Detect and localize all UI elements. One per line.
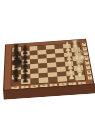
chess-set: ♜♟♟♜♞♟♟♞♝♟♟♝♛♟♟♛♚♟♟♚♝♟♟♝♞♟♟♞♜♟♟♜ 8765432… [3,39,94,91]
square-h7: ♟ [21,79,30,85]
chess-board: ♜♟♟♜♞♟♟♞♝♟♟♝♛♟♟♛♚♟♟♚♝♟♟♝♞♟♟♞♜♟♟♜ 8765432… [3,39,94,91]
square-e8: ♚ [12,65,21,70]
file-label: h [88,75,93,79]
product-photo: ♜♟♟♜♞♟♟♞♝♟♟♝♛♟♟♛♚♟♟♚♝♟♟♝♞♟♟♞♜♟♟♜ 8765432… [0,0,95,126]
file-label: b [83,47,87,51]
square-h6 [30,78,39,84]
square-h1: ♜ [75,75,85,81]
square-g6 [30,73,39,79]
square-h8: ♜ [12,79,21,85]
file-label: c [83,51,88,55]
board-grid: ♜♟♟♜♞♟♟♞♝♟♟♝♛♟♟♛♚♟♟♚♝♟♟♝♞♟♟♞♜♟♟♜ [11,43,87,86]
square-h5 [39,77,48,83]
square-h3 [57,76,67,82]
square-d5 [38,58,47,63]
file-label: e [85,61,90,65]
square-d7: ♟ [21,60,30,65]
file-label: g [87,70,92,74]
file-label: f [86,65,91,69]
file-label: d [84,56,89,60]
file-label: a [82,43,86,47]
square-h4 [48,77,58,83]
